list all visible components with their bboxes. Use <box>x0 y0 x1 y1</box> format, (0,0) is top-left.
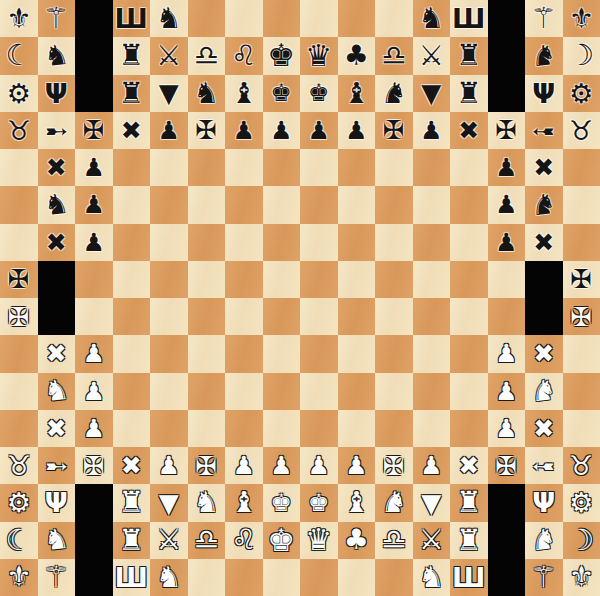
square-r6c3[interactable] <box>113 224 151 261</box>
square-r2c9[interactable]: ♝ <box>338 75 376 112</box>
square-r15c1[interactable]: ⚚ <box>38 559 76 596</box>
piece-black-bishop[interactable]: ♝ <box>343 79 369 108</box>
square-r14c11[interactable]: ⚔ <box>413 522 451 559</box>
square-r14c1[interactable]: ♞ <box>38 522 76 559</box>
square-r9c14[interactable]: ✖ <box>525 335 563 372</box>
square-r15c10[interactable] <box>375 559 413 596</box>
piece-black-pawn[interactable]: ♟ <box>233 118 255 143</box>
piece-white-maned-horse[interactable]: ♞ <box>42 376 70 406</box>
piece-black-crossed-swords[interactable]: ⚔ <box>419 42 444 70</box>
square-r4c5[interactable] <box>188 149 226 186</box>
piece-black-plus-cross[interactable]: ✠ <box>495 117 517 143</box>
square-r9c1[interactable]: ✖ <box>38 335 76 372</box>
square-r1c7[interactable]: ♚ <box>263 37 301 74</box>
square-r3c0[interactable]: ♉ <box>0 112 38 149</box>
square-r1c10[interactable]: ♎ <box>375 37 413 74</box>
piece-black-pawn[interactable]: ♟ <box>345 118 367 143</box>
square-r1c6[interactable]: ♌ <box>225 37 263 74</box>
square-r15c6[interactable] <box>225 559 263 596</box>
piece-white-shield[interactable]: ▼ <box>159 490 179 516</box>
piece-white-rook[interactable]: ♜ <box>118 526 144 555</box>
square-r8c12[interactable] <box>450 298 488 335</box>
square-r3c12[interactable]: ✖ <box>450 112 488 149</box>
piece-white-king[interactable]: ♚ <box>267 525 295 556</box>
square-r14c0[interactable]: ☾ <box>0 522 38 559</box>
piece-white-unicorn[interactable]: ♞ <box>193 488 219 517</box>
piece-black-pawn[interactable]: ♟ <box>308 118 330 143</box>
square-r8c2[interactable] <box>75 298 113 335</box>
square-r11c14[interactable]: ✖ <box>525 410 563 447</box>
square-r15c0[interactable]: ⚜ <box>0 559 38 596</box>
piece-black-prince[interactable]: ♚ <box>308 81 330 105</box>
piece-black-wizard-hat[interactable]: ⚚ <box>531 4 557 33</box>
square-r9c15[interactable] <box>563 335 600 372</box>
square-r4c15[interactable] <box>563 149 600 186</box>
piece-black-x-cross[interactable]: ✖ <box>46 230 67 255</box>
square-r9c5[interactable] <box>188 335 226 372</box>
square-r3c10[interactable]: ✠ <box>375 112 413 149</box>
square-r14c7[interactable]: ♚ <box>263 522 301 559</box>
square-r0c14[interactable]: ⚚ <box>525 0 563 37</box>
piece-white-crown[interactable]: ⚜ <box>6 563 31 591</box>
square-r8c11[interactable] <box>413 298 451 335</box>
square-r11c4[interactable] <box>150 410 188 447</box>
square-r14c14[interactable]: ♞ <box>525 522 563 559</box>
piece-black-plus-cross[interactable]: ✠ <box>8 266 30 292</box>
square-r7c5[interactable] <box>188 261 226 298</box>
piece-black-maned-horse[interactable]: ♞ <box>530 41 558 71</box>
square-r7c12[interactable] <box>450 261 488 298</box>
piece-black-jester[interactable]: ♣ <box>344 42 369 70</box>
square-r14c6[interactable]: ♌ <box>225 522 263 559</box>
square-r3c2[interactable]: ✠ <box>75 112 113 149</box>
square-r2c0[interactable]: ⚙ <box>0 75 38 112</box>
piece-white-crossed-swords[interactable]: ⚔ <box>419 526 444 554</box>
square-r13c12[interactable]: ♜ <box>450 484 488 521</box>
square-r3c3[interactable]: ✖ <box>113 112 151 149</box>
square-r15c4[interactable]: ♞ <box>150 559 188 596</box>
piece-black-plus-cross[interactable]: ✠ <box>383 117 405 143</box>
square-r6c1[interactable]: ✖ <box>38 224 76 261</box>
piece-black-maned-horse[interactable]: ♞ <box>530 190 558 220</box>
square-r11c8[interactable] <box>300 410 338 447</box>
piece-white-x-cross[interactable]: ✖ <box>458 453 479 478</box>
square-r8c9[interactable] <box>338 298 376 335</box>
square-r6c5[interactable] <box>188 224 226 261</box>
square-r11c12[interactable] <box>450 410 488 447</box>
square-r12c13[interactable]: ✠ <box>488 447 526 484</box>
square-r9c9[interactable] <box>338 335 376 372</box>
square-r3c1[interactable]: ➸ <box>38 112 76 149</box>
piece-white-wolf-head[interactable]: ♉ <box>569 452 593 479</box>
square-r7c4[interactable] <box>150 261 188 298</box>
square-r3c15[interactable]: ♉ <box>563 112 600 149</box>
piece-black-crown[interactable]: ⚜ <box>569 5 594 33</box>
square-r6c12[interactable] <box>450 224 488 261</box>
piece-black-wolf-head[interactable]: ♉ <box>7 117 31 144</box>
square-r13c3[interactable]: ♜ <box>113 484 151 521</box>
piece-white-plus-cross[interactable]: ✠ <box>495 453 517 479</box>
square-r11c13[interactable]: ♟ <box>488 410 526 447</box>
square-r10c2[interactable]: ♟ <box>75 373 113 410</box>
square-r3c7[interactable]: ♟ <box>263 112 301 149</box>
piece-white-plus-cross[interactable]: ✠ <box>383 453 405 479</box>
piece-white-jester[interactable]: ♣ <box>344 526 369 554</box>
piece-white-flat-hat[interactable]: ♎ <box>194 526 219 554</box>
square-r4c4[interactable] <box>150 149 188 186</box>
square-r8c0[interactable]: ✠ <box>0 298 38 335</box>
square-r10c4[interactable] <box>150 373 188 410</box>
square-r3c9[interactable]: ♟ <box>338 112 376 149</box>
square-r4c9[interactable] <box>338 149 376 186</box>
square-r12c8[interactable]: ♟ <box>300 447 338 484</box>
square-r14c9[interactable]: ♣ <box>338 522 376 559</box>
square-r5c7[interactable] <box>263 186 301 223</box>
square-r5c13[interactable]: ♟ <box>488 186 526 223</box>
square-r6c10[interactable] <box>375 224 413 261</box>
piece-black-pawn[interactable]: ♟ <box>420 118 442 143</box>
piece-white-chalice[interactable]: Ψ <box>532 489 555 516</box>
square-r10c13[interactable]: ♟ <box>488 373 526 410</box>
piece-white-royal-crown[interactable]: Ш <box>452 564 485 591</box>
piece-white-plus-cross[interactable]: ✠ <box>83 453 105 479</box>
piece-black-knight[interactable]: ♞ <box>156 4 182 33</box>
square-r0c11[interactable]: ♞ <box>413 0 451 37</box>
piece-black-queen[interactable]: ♛ <box>305 41 332 71</box>
square-r4c7[interactable] <box>263 149 301 186</box>
piece-black-wolf-head[interactable]: ♉ <box>569 117 593 144</box>
piece-black-chalice[interactable]: Ψ <box>45 80 68 107</box>
square-r15c12[interactable]: Ш <box>450 559 488 596</box>
piece-white-x-cross[interactable]: ✖ <box>46 416 67 441</box>
piece-black-crown[interactable]: ⚜ <box>6 5 31 33</box>
piece-white-pawn[interactable]: ♟ <box>345 453 367 478</box>
square-r6c11[interactable] <box>413 224 451 261</box>
square-r11c11[interactable] <box>413 410 451 447</box>
piece-white-crossbow[interactable]: ➸ <box>45 452 68 479</box>
square-r6c13[interactable]: ♟ <box>488 224 526 261</box>
piece-black-pawn[interactable]: ♟ <box>270 118 292 143</box>
square-r11c1[interactable]: ✖ <box>38 410 76 447</box>
square-r14c3[interactable]: ♜ <box>113 522 151 559</box>
square-r0c8[interactable] <box>300 0 338 37</box>
square-r8c5[interactable] <box>188 298 226 335</box>
square-r15c3[interactable]: Ш <box>113 559 151 596</box>
square-r13c14[interactable]: Ψ <box>525 484 563 521</box>
piece-white-crown[interactable]: ⚜ <box>569 563 594 591</box>
piece-white-pawn[interactable]: ♟ <box>308 453 330 478</box>
square-r4c6[interactable] <box>225 149 263 186</box>
square-r12c7[interactable]: ♟ <box>263 447 301 484</box>
square-r7c0[interactable]: ✠ <box>0 261 38 298</box>
square-r2c7[interactable]: ♚ <box>263 75 301 112</box>
square-r1c0[interactable]: ☾ <box>0 37 38 74</box>
piece-white-pawn[interactable]: ♟ <box>83 416 105 441</box>
square-r7c13[interactable] <box>488 261 526 298</box>
square-r7c11[interactable] <box>413 261 451 298</box>
square-r6c0[interactable] <box>0 224 38 261</box>
square-r9c0[interactable] <box>0 335 38 372</box>
square-r5c11[interactable] <box>413 186 451 223</box>
square-r2c11[interactable]: ▼ <box>413 75 451 112</box>
square-r6c9[interactable] <box>338 224 376 261</box>
square-r4c14[interactable]: ✖ <box>525 149 563 186</box>
square-r12c3[interactable]: ✖ <box>113 447 151 484</box>
piece-black-pawn[interactable]: ♟ <box>83 192 105 217</box>
square-r0c3[interactable]: Ш <box>113 0 151 37</box>
piece-black-crossbow[interactable]: ➸ <box>45 117 68 144</box>
square-r4c11[interactable] <box>413 149 451 186</box>
square-r5c10[interactable] <box>375 186 413 223</box>
square-r7c7[interactable] <box>263 261 301 298</box>
square-r1c5[interactable]: ♎ <box>188 37 226 74</box>
piece-black-x-cross[interactable]: ✖ <box>533 230 554 255</box>
square-r0c9[interactable] <box>338 0 376 37</box>
square-r0c15[interactable]: ⚜ <box>563 0 600 37</box>
piece-white-pawn[interactable]: ♟ <box>158 453 180 478</box>
square-r10c14[interactable]: ♞ <box>525 373 563 410</box>
square-r5c6[interactable] <box>225 186 263 223</box>
piece-black-maned-horse[interactable]: ♞ <box>42 190 70 220</box>
square-r1c11[interactable]: ⚔ <box>413 37 451 74</box>
piece-black-royal-crown[interactable]: Ш <box>452 5 485 32</box>
square-r12c1[interactable]: ➸ <box>38 447 76 484</box>
square-r13c1[interactable]: Ψ <box>38 484 76 521</box>
piece-black-pawn[interactable]: ♟ <box>495 155 517 180</box>
piece-white-wizard-hat[interactable]: ⚚ <box>531 563 557 592</box>
square-r4c10[interactable] <box>375 149 413 186</box>
square-r10c3[interactable] <box>113 373 151 410</box>
square-r12c5[interactable]: ✠ <box>188 447 226 484</box>
square-r5c0[interactable] <box>0 186 38 223</box>
square-r14c10[interactable]: ♎ <box>375 522 413 559</box>
square-r3c4[interactable]: ♟ <box>150 112 188 149</box>
square-r9c13[interactable]: ♟ <box>488 335 526 372</box>
square-r7c10[interactable] <box>375 261 413 298</box>
square-r13c4[interactable]: ▼ <box>150 484 188 521</box>
square-r9c2[interactable]: ♟ <box>75 335 113 372</box>
square-r3c8[interactable]: ♟ <box>300 112 338 149</box>
piece-white-pawn[interactable]: ♟ <box>233 453 255 478</box>
square-r0c6[interactable] <box>225 0 263 37</box>
piece-black-shield[interactable]: ▼ <box>421 80 441 106</box>
piece-black-shield[interactable]: ▼ <box>159 80 179 106</box>
square-r13c5[interactable]: ♞ <box>188 484 226 521</box>
piece-white-rook[interactable]: ♜ <box>118 488 144 517</box>
piece-black-pawn[interactable]: ♟ <box>83 230 105 255</box>
piece-white-x-cross[interactable]: ✖ <box>121 453 142 478</box>
square-r15c14[interactable]: ⚚ <box>525 559 563 596</box>
piece-white-pawn[interactable]: ♟ <box>270 453 292 478</box>
square-r5c12[interactable] <box>450 186 488 223</box>
square-r7c2[interactable] <box>75 261 113 298</box>
piece-black-bishop[interactable]: ♝ <box>231 79 257 108</box>
square-r2c15[interactable]: ⚙ <box>563 75 600 112</box>
piece-white-plus-cross[interactable]: ✠ <box>8 304 30 330</box>
square-r5c3[interactable] <box>113 186 151 223</box>
square-r10c9[interactable] <box>338 373 376 410</box>
square-r8c7[interactable] <box>263 298 301 335</box>
piece-white-cannon[interactable]: ⚙ <box>569 489 593 516</box>
piece-black-rook[interactable]: ♜ <box>118 41 144 70</box>
square-r14c8[interactable]: ♛ <box>300 522 338 559</box>
piece-black-pawn[interactable]: ♟ <box>158 118 180 143</box>
square-r13c9[interactable]: ♝ <box>338 484 376 521</box>
square-r11c9[interactable] <box>338 410 376 447</box>
piece-white-x-cross[interactable]: ✖ <box>46 341 67 366</box>
square-r3c14[interactable]: ➸ <box>525 112 563 149</box>
square-r10c1[interactable]: ♞ <box>38 373 76 410</box>
square-r9c3[interactable] <box>113 335 151 372</box>
square-r9c12[interactable] <box>450 335 488 372</box>
piece-white-royal-crown[interactable]: Ш <box>115 564 148 591</box>
square-r5c4[interactable] <box>150 186 188 223</box>
square-r2c5[interactable]: ♞ <box>188 75 226 112</box>
piece-black-crossbow[interactable]: ➸ <box>532 117 555 144</box>
square-r4c13[interactable]: ♟ <box>488 149 526 186</box>
square-r7c15[interactable]: ✠ <box>563 261 600 298</box>
square-r8c8[interactable] <box>300 298 338 335</box>
square-r11c10[interactable] <box>375 410 413 447</box>
piece-black-plus-cross[interactable]: ✠ <box>195 117 217 143</box>
square-r14c5[interactable]: ♎ <box>188 522 226 559</box>
square-r11c7[interactable] <box>263 410 301 447</box>
piece-black-x-cross[interactable]: ✖ <box>121 118 142 143</box>
square-r14c15[interactable]: ☾ <box>563 522 600 559</box>
square-r12c6[interactable]: ♟ <box>225 447 263 484</box>
piece-black-unicorn[interactable]: ♞ <box>381 79 407 108</box>
piece-black-x-cross[interactable]: ✖ <box>533 155 554 180</box>
square-r6c14[interactable]: ✖ <box>525 224 563 261</box>
square-r9c7[interactable] <box>263 335 301 372</box>
square-r2c1[interactable]: Ψ <box>38 75 76 112</box>
square-r2c4[interactable]: ▼ <box>150 75 188 112</box>
piece-white-flat-hat[interactable]: ♎ <box>381 526 406 554</box>
square-r2c3[interactable]: ♜ <box>113 75 151 112</box>
square-r13c10[interactable]: ♞ <box>375 484 413 521</box>
square-r10c5[interactable] <box>188 373 226 410</box>
piece-white-plus-cross[interactable]: ✠ <box>570 304 592 330</box>
square-r5c1[interactable]: ♞ <box>38 186 76 223</box>
square-r10c11[interactable] <box>413 373 451 410</box>
square-r8c6[interactable] <box>225 298 263 335</box>
piece-black-pawn[interactable]: ♟ <box>83 155 105 180</box>
piece-white-pawn[interactable]: ♟ <box>420 453 442 478</box>
square-r6c15[interactable] <box>563 224 600 261</box>
piece-black-cannon[interactable]: ⚙ <box>569 80 593 107</box>
square-r0c1[interactable]: ⚚ <box>38 0 76 37</box>
square-r1c12[interactable]: ♜ <box>450 37 488 74</box>
square-r4c12[interactable] <box>450 149 488 186</box>
square-r6c8[interactable] <box>300 224 338 261</box>
square-r9c4[interactable] <box>150 335 188 372</box>
square-r7c6[interactable] <box>225 261 263 298</box>
piece-black-rook[interactable]: ♜ <box>118 79 144 108</box>
piece-black-rook[interactable]: ♜ <box>456 79 482 108</box>
piece-black-king[interactable]: ♚ <box>267 40 295 71</box>
piece-white-bishop[interactable]: ♝ <box>343 488 369 517</box>
square-r12c12[interactable]: ✖ <box>450 447 488 484</box>
piece-black-flat-hat[interactable]: ♎ <box>194 42 219 70</box>
square-r13c7[interactable]: ♚ <box>263 484 301 521</box>
square-r10c10[interactable] <box>375 373 413 410</box>
square-r0c10[interactable] <box>375 0 413 37</box>
square-r5c9[interactable] <box>338 186 376 223</box>
square-r4c1[interactable]: ✖ <box>38 149 76 186</box>
square-r0c0[interactable]: ⚜ <box>0 0 38 37</box>
piece-white-prince[interactable]: ♚ <box>308 491 330 515</box>
piece-black-rook[interactable]: ♜ <box>456 41 482 70</box>
piece-black-cannon[interactable]: ⚙ <box>7 80 31 107</box>
square-r7c3[interactable] <box>113 261 151 298</box>
square-r9c10[interactable] <box>375 335 413 372</box>
square-r10c6[interactable] <box>225 373 263 410</box>
square-r11c3[interactable] <box>113 410 151 447</box>
square-r2c10[interactable]: ♞ <box>375 75 413 112</box>
piece-white-x-cross[interactable]: ✖ <box>533 341 554 366</box>
square-r7c9[interactable] <box>338 261 376 298</box>
square-r2c12[interactable]: ♜ <box>450 75 488 112</box>
piece-white-rook[interactable]: ♜ <box>456 526 482 555</box>
square-r15c15[interactable]: ⚜ <box>563 559 600 596</box>
square-r13c15[interactable]: ⚙ <box>563 484 600 521</box>
square-r10c8[interactable] <box>300 373 338 410</box>
piece-white-pawn[interactable]: ♟ <box>495 341 517 366</box>
piece-black-unicorn[interactable]: ♞ <box>193 79 219 108</box>
piece-white-x-cross[interactable]: ✖ <box>533 416 554 441</box>
square-r10c7[interactable] <box>263 373 301 410</box>
square-r14c4[interactable]: ⚔ <box>150 522 188 559</box>
piece-black-x-cross[interactable]: ✖ <box>458 118 479 143</box>
piece-black-wizard-hat[interactable]: ⚚ <box>43 4 69 33</box>
square-r10c0[interactable] <box>0 373 38 410</box>
square-r2c8[interactable]: ♚ <box>300 75 338 112</box>
square-r6c2[interactable]: ♟ <box>75 224 113 261</box>
square-r13c8[interactable]: ♚ <box>300 484 338 521</box>
square-r8c13[interactable] <box>488 298 526 335</box>
square-r5c14[interactable]: ♞ <box>525 186 563 223</box>
square-r10c15[interactable] <box>563 373 600 410</box>
piece-white-pawn[interactable]: ♟ <box>83 379 105 404</box>
square-r6c6[interactable] <box>225 224 263 261</box>
square-r7c8[interactable] <box>300 261 338 298</box>
piece-black-royal-crown[interactable]: Ш <box>115 5 148 32</box>
square-r15c5[interactable] <box>188 559 226 596</box>
square-r4c8[interactable] <box>300 149 338 186</box>
square-r10c12[interactable] <box>450 373 488 410</box>
piece-white-unicorn[interactable]: ♞ <box>381 488 407 517</box>
square-r2c6[interactable]: ♝ <box>225 75 263 112</box>
square-r14c12[interactable]: ♜ <box>450 522 488 559</box>
square-r4c3[interactable] <box>113 149 151 186</box>
piece-white-maned-horse[interactable]: ♞ <box>42 525 70 555</box>
piece-white-lion[interactable]: ♌ <box>231 526 256 554</box>
square-r3c13[interactable]: ✠ <box>488 112 526 149</box>
square-r15c8[interactable] <box>300 559 338 596</box>
square-r6c7[interactable] <box>263 224 301 261</box>
piece-black-pawn[interactable]: ♟ <box>495 230 517 255</box>
square-r1c4[interactable]: ⚔ <box>150 37 188 74</box>
square-r5c5[interactable] <box>188 186 226 223</box>
square-r0c12[interactable]: Ш <box>450 0 488 37</box>
piece-white-pawn[interactable]: ♟ <box>495 379 517 404</box>
piece-white-wolf-head[interactable]: ♉ <box>7 452 31 479</box>
square-r8c10[interactable] <box>375 298 413 335</box>
square-r3c5[interactable]: ✠ <box>188 112 226 149</box>
piece-white-chalice[interactable]: Ψ <box>45 489 68 516</box>
square-r1c9[interactable]: ♣ <box>338 37 376 74</box>
piece-white-prince[interactable]: ♚ <box>270 491 292 515</box>
